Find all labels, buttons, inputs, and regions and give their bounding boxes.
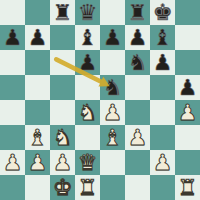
square-c6[interactable] bbox=[50, 50, 75, 75]
piece-black-rook-f8[interactable]: ♜ bbox=[128, 0, 148, 25]
square-f6[interactable]: ♞ bbox=[125, 50, 150, 75]
square-g7[interactable]: ♝ bbox=[150, 25, 175, 50]
piece-black-pawn-g6[interactable]: ♟ bbox=[153, 50, 173, 75]
piece-white-rook-d1[interactable]: ♜ bbox=[78, 175, 98, 200]
piece-black-pawn-e7[interactable]: ♟ bbox=[103, 25, 123, 50]
square-f5[interactable] bbox=[125, 75, 150, 100]
square-f1[interactable] bbox=[125, 175, 150, 200]
square-h7[interactable] bbox=[175, 25, 200, 50]
square-f7[interactable]: ♟ bbox=[125, 25, 150, 50]
square-d1[interactable]: ♜ bbox=[75, 175, 100, 200]
square-e5[interactable]: ♞ bbox=[100, 75, 125, 100]
square-b8[interactable] bbox=[25, 0, 50, 25]
square-b1[interactable] bbox=[25, 175, 50, 200]
square-h5[interactable]: ♟ bbox=[175, 75, 200, 100]
square-g3[interactable] bbox=[150, 125, 175, 150]
piece-white-bishop-e3[interactable]: ♝ bbox=[103, 125, 123, 150]
square-g8[interactable]: ♚ bbox=[150, 0, 175, 25]
square-e8[interactable] bbox=[100, 0, 125, 25]
square-h2[interactable] bbox=[175, 150, 200, 175]
square-d2[interactable]: ♛ bbox=[75, 150, 100, 175]
square-c4[interactable] bbox=[50, 100, 75, 125]
square-a7[interactable]: ♟ bbox=[0, 25, 25, 50]
square-b5[interactable] bbox=[25, 75, 50, 100]
square-e2[interactable] bbox=[100, 150, 125, 175]
piece-black-rook-c8[interactable]: ♜ bbox=[53, 0, 73, 25]
square-f4[interactable] bbox=[125, 100, 150, 125]
square-d5[interactable] bbox=[75, 75, 100, 100]
piece-black-pawn-b7[interactable]: ♟ bbox=[28, 25, 48, 50]
piece-black-queen-d8[interactable]: ♛ bbox=[78, 0, 98, 25]
square-a1[interactable] bbox=[0, 175, 25, 200]
piece-black-king-g8[interactable]: ♚ bbox=[153, 0, 173, 25]
piece-black-pawn-f7[interactable]: ♟ bbox=[128, 25, 148, 50]
piece-white-pawn-g2[interactable]: ♟ bbox=[153, 150, 173, 175]
chess-board: ♜♛♜♚♟♟♝♟♟♝♟♞♟♞♟♞♟♟♝♞♝♟♟♟♟♛♟♚♜♜ bbox=[0, 0, 200, 200]
piece-white-pawn-e4[interactable]: ♟ bbox=[103, 100, 123, 125]
square-a6[interactable] bbox=[0, 50, 25, 75]
square-a5[interactable] bbox=[0, 75, 25, 100]
piece-white-pawn-c2[interactable]: ♟ bbox=[53, 150, 73, 175]
square-a8[interactable] bbox=[0, 0, 25, 25]
square-d7[interactable]: ♝ bbox=[75, 25, 100, 50]
piece-black-pawn-d6[interactable]: ♟ bbox=[78, 50, 98, 75]
square-a3[interactable] bbox=[0, 125, 25, 150]
square-c1[interactable]: ♚ bbox=[50, 175, 75, 200]
square-a4[interactable] bbox=[0, 100, 25, 125]
square-g1[interactable] bbox=[150, 175, 175, 200]
piece-white-bishop-b3[interactable]: ♝ bbox=[28, 125, 48, 150]
square-d8[interactable]: ♛ bbox=[75, 0, 100, 25]
square-g4[interactable] bbox=[150, 100, 175, 125]
piece-white-pawn-b2[interactable]: ♟ bbox=[28, 150, 48, 175]
piece-white-knight-d4[interactable]: ♞ bbox=[78, 100, 98, 125]
square-c7[interactable] bbox=[50, 25, 75, 50]
piece-white-pawn-f3[interactable]: ♟ bbox=[128, 125, 148, 150]
square-f8[interactable]: ♜ bbox=[125, 0, 150, 25]
square-f3[interactable]: ♟ bbox=[125, 125, 150, 150]
square-h3[interactable] bbox=[175, 125, 200, 150]
square-c5[interactable] bbox=[50, 75, 75, 100]
square-d3[interactable] bbox=[75, 125, 100, 150]
piece-black-knight-f6[interactable]: ♞ bbox=[128, 50, 148, 75]
square-d6[interactable]: ♟ bbox=[75, 50, 100, 75]
square-h6[interactable] bbox=[175, 50, 200, 75]
square-h8[interactable] bbox=[175, 0, 200, 25]
square-b3[interactable]: ♝ bbox=[25, 125, 50, 150]
chess-app: ♜♛♜♚♟♟♝♟♟♝♟♞♟♞♟♞♟♟♝♞♝♟♟♟♟♛♟♚♜♜ bbox=[0, 0, 200, 200]
piece-white-rook-h1[interactable]: ♜ bbox=[178, 175, 198, 200]
piece-white-pawn-h4[interactable]: ♟ bbox=[178, 100, 198, 125]
square-e7[interactable]: ♟ bbox=[100, 25, 125, 50]
square-c8[interactable]: ♜ bbox=[50, 0, 75, 25]
square-b2[interactable]: ♟ bbox=[25, 150, 50, 175]
square-c2[interactable]: ♟ bbox=[50, 150, 75, 175]
square-e3[interactable]: ♝ bbox=[100, 125, 125, 150]
square-b7[interactable]: ♟ bbox=[25, 25, 50, 50]
piece-black-knight-e5[interactable]: ♞ bbox=[103, 75, 123, 100]
square-h1[interactable]: ♜ bbox=[175, 175, 200, 200]
piece-black-bishop-d7[interactable]: ♝ bbox=[78, 25, 98, 50]
piece-black-pawn-a7[interactable]: ♟ bbox=[3, 25, 23, 50]
square-c3[interactable]: ♞ bbox=[50, 125, 75, 150]
piece-white-king-c1[interactable]: ♚ bbox=[53, 175, 73, 200]
square-e1[interactable] bbox=[100, 175, 125, 200]
square-a2[interactable]: ♟ bbox=[0, 150, 25, 175]
square-g2[interactable]: ♟ bbox=[150, 150, 175, 175]
square-b4[interactable] bbox=[25, 100, 50, 125]
piece-white-queen-d2[interactable]: ♛ bbox=[78, 150, 98, 175]
piece-black-bishop-g7[interactable]: ♝ bbox=[153, 25, 173, 50]
square-b6[interactable] bbox=[25, 50, 50, 75]
square-f2[interactable] bbox=[125, 150, 150, 175]
piece-black-pawn-h5[interactable]: ♟ bbox=[178, 75, 198, 100]
square-e6[interactable] bbox=[100, 50, 125, 75]
square-d4[interactable]: ♞ bbox=[75, 100, 100, 125]
square-h4[interactable]: ♟ bbox=[175, 100, 200, 125]
square-g6[interactable]: ♟ bbox=[150, 50, 175, 75]
piece-white-pawn-a2[interactable]: ♟ bbox=[3, 150, 23, 175]
square-e4[interactable]: ♟ bbox=[100, 100, 125, 125]
piece-white-knight-c3[interactable]: ♞ bbox=[53, 125, 73, 150]
square-g5[interactable] bbox=[150, 75, 175, 100]
